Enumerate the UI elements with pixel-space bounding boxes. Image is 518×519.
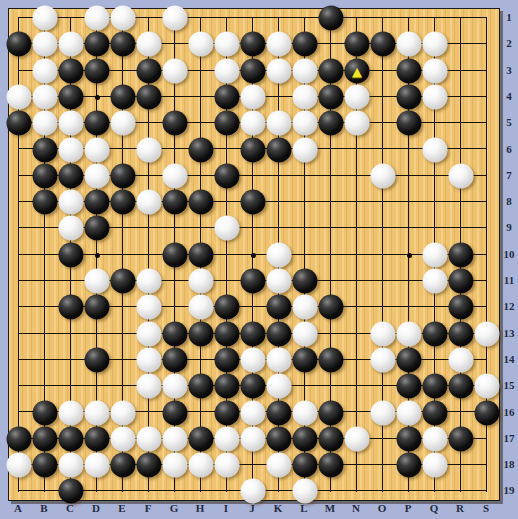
white-stone-b5[interactable] — [33, 111, 58, 136]
white-stone-o13[interactable] — [371, 321, 396, 346]
row-label-3: 3 — [501, 64, 517, 76]
white-stone-p13[interactable] — [397, 321, 422, 346]
white-stone-i18[interactable] — [215, 453, 240, 478]
white-stone-f8[interactable] — [137, 190, 162, 215]
white-stone-d11[interactable] — [85, 269, 110, 294]
black-stone-l18[interactable] — [293, 453, 318, 478]
black-stone-b7[interactable] — [33, 163, 58, 188]
black-stone-i13[interactable] — [215, 321, 240, 346]
white-stone-k11[interactable] — [267, 269, 292, 294]
black-stone-p3[interactable] — [397, 58, 422, 83]
white-stone-k14[interactable] — [267, 347, 292, 372]
column-label-h: H — [190, 502, 210, 516]
column-label-c: C — [60, 502, 80, 516]
row-label-17: 17 — [501, 432, 517, 444]
star-point-d4 — [95, 95, 100, 100]
black-stone-a2[interactable] — [7, 32, 32, 57]
black-stone-m14[interactable] — [319, 347, 344, 372]
column-label-n: N — [346, 502, 366, 516]
black-stone-m5[interactable] — [319, 111, 344, 136]
black-stone-c10[interactable] — [59, 242, 84, 267]
black-stone-i14[interactable] — [215, 347, 240, 372]
white-stone-k15[interactable] — [267, 374, 292, 399]
white-stone-g7[interactable] — [163, 163, 188, 188]
white-stone-g3[interactable] — [163, 58, 188, 83]
white-stone-k18[interactable] — [267, 453, 292, 478]
column-label-e: E — [112, 502, 132, 516]
black-stone-f3[interactable] — [137, 58, 162, 83]
white-stone-j14[interactable] — [241, 347, 266, 372]
black-stone-p18[interactable] — [397, 453, 422, 478]
black-stone-j3[interactable] — [241, 58, 266, 83]
white-stone-e5[interactable] — [111, 111, 136, 136]
black-stone-b8[interactable] — [33, 190, 58, 215]
go-board-frame: ▲ ABCDEFGHIJKLMNOPQRS 123456789101112131… — [0, 0, 518, 519]
white-stone-s13[interactable] — [475, 321, 500, 346]
white-stone-o7[interactable] — [371, 163, 396, 188]
white-stone-l16[interactable] — [293, 400, 318, 425]
black-stone-n2[interactable] — [345, 32, 370, 57]
black-stone-h6[interactable] — [189, 137, 214, 162]
black-stone-e2[interactable] — [111, 32, 136, 57]
black-stone-j13[interactable] — [241, 321, 266, 346]
white-stone-l4[interactable] — [293, 84, 318, 109]
black-stone-c17[interactable] — [59, 426, 84, 451]
white-stone-n17[interactable] — [345, 426, 370, 451]
black-stone-l11[interactable] — [293, 269, 318, 294]
column-label-d: D — [86, 502, 106, 516]
column-label-s: S — [476, 502, 496, 516]
white-stone-b3[interactable] — [33, 58, 58, 83]
white-stone-h2[interactable] — [189, 32, 214, 57]
white-stone-f15[interactable] — [137, 374, 162, 399]
white-stone-c16[interactable] — [59, 400, 84, 425]
black-stone-l2[interactable] — [293, 32, 318, 57]
column-label-p: P — [398, 502, 418, 516]
black-stone-o2[interactable] — [371, 32, 396, 57]
white-stone-c2[interactable] — [59, 32, 84, 57]
black-stone-i4[interactable] — [215, 84, 240, 109]
row-label-5: 5 — [501, 116, 517, 128]
black-stone-h8[interactable] — [189, 190, 214, 215]
black-stone-d2[interactable] — [85, 32, 110, 57]
black-stone-g13[interactable] — [163, 321, 188, 346]
black-stone-j2[interactable] — [241, 32, 266, 57]
row-label-13: 13 — [501, 327, 517, 339]
white-stone-r7[interactable] — [449, 163, 474, 188]
black-stone-p5[interactable] — [397, 111, 422, 136]
black-stone-j15[interactable] — [241, 374, 266, 399]
white-stone-j19[interactable] — [241, 479, 266, 504]
black-stone-c12[interactable] — [59, 295, 84, 320]
white-stone-j17[interactable] — [241, 426, 266, 451]
row-label-14: 14 — [501, 353, 517, 365]
white-stone-c5[interactable] — [59, 111, 84, 136]
star-point-d10 — [95, 253, 100, 258]
star-point-j10 — [251, 253, 256, 258]
star-point-p10 — [407, 253, 412, 258]
white-stone-p2[interactable] — [397, 32, 422, 57]
black-stone-c3[interactable] — [59, 58, 84, 83]
black-stone-q15[interactable] — [423, 374, 448, 399]
white-stone-s15[interactable] — [475, 374, 500, 399]
black-stone-n3[interactable]: ▲ — [345, 58, 370, 83]
black-stone-m16[interactable] — [319, 400, 344, 425]
black-stone-m1[interactable] — [319, 6, 344, 31]
white-stone-l5[interactable] — [293, 111, 318, 136]
white-stone-i17[interactable] — [215, 426, 240, 451]
white-stone-j4[interactable] — [241, 84, 266, 109]
white-stone-q3[interactable] — [423, 58, 448, 83]
row-label-6: 6 — [501, 143, 517, 155]
white-stone-q18[interactable] — [423, 453, 448, 478]
white-stone-g1[interactable] — [163, 6, 188, 31]
white-stone-h11[interactable] — [189, 269, 214, 294]
white-stone-q2[interactable] — [423, 32, 448, 57]
white-stone-f14[interactable] — [137, 347, 162, 372]
white-stone-e16[interactable] — [111, 400, 136, 425]
white-stone-c8[interactable] — [59, 190, 84, 215]
white-stone-r14[interactable] — [449, 347, 474, 372]
black-stone-r12[interactable] — [449, 295, 474, 320]
black-stone-h17[interactable] — [189, 426, 214, 451]
black-stone-c19[interactable] — [59, 479, 84, 504]
black-stone-q16[interactable] — [423, 400, 448, 425]
white-stone-f17[interactable] — [137, 426, 162, 451]
white-stone-d1[interactable] — [85, 6, 110, 31]
white-stone-l19[interactable] — [293, 479, 318, 504]
black-stone-r13[interactable] — [449, 321, 474, 346]
black-stone-s16[interactable] — [475, 400, 500, 425]
black-stone-m17[interactable] — [319, 426, 344, 451]
black-stone-d17[interactable] — [85, 426, 110, 451]
black-stone-b17[interactable] — [33, 426, 58, 451]
black-stone-q13[interactable] — [423, 321, 448, 346]
black-stone-i12[interactable] — [215, 295, 240, 320]
black-stone-f4[interactable] — [137, 84, 162, 109]
black-stone-m3[interactable] — [319, 58, 344, 83]
white-stone-o14[interactable] — [371, 347, 396, 372]
white-stone-k10[interactable] — [267, 242, 292, 267]
black-stone-b16[interactable] — [33, 400, 58, 425]
white-stone-g18[interactable] — [163, 453, 188, 478]
black-stone-d8[interactable] — [85, 190, 110, 215]
column-label-o: O — [372, 502, 392, 516]
white-stone-d18[interactable] — [85, 453, 110, 478]
black-stone-e11[interactable] — [111, 269, 136, 294]
black-stone-d12[interactable] — [85, 295, 110, 320]
column-label-b: B — [34, 502, 54, 516]
black-stone-j8[interactable] — [241, 190, 266, 215]
white-stone-d7[interactable] — [85, 163, 110, 188]
white-stone-a18[interactable] — [7, 453, 32, 478]
black-stone-j11[interactable] — [241, 269, 266, 294]
row-label-11: 11 — [501, 274, 517, 286]
white-stone-p16[interactable] — [397, 400, 422, 425]
black-stone-k17[interactable] — [267, 426, 292, 451]
white-stone-o16[interactable] — [371, 400, 396, 425]
column-label-k: K — [268, 502, 288, 516]
white-stone-c6[interactable] — [59, 137, 84, 162]
white-stone-i9[interactable] — [215, 216, 240, 241]
black-stone-m4[interactable] — [319, 84, 344, 109]
white-stone-f6[interactable] — [137, 137, 162, 162]
black-stone-p14[interactable] — [397, 347, 422, 372]
white-stone-k2[interactable] — [267, 32, 292, 57]
black-stone-i16[interactable] — [215, 400, 240, 425]
column-label-q: Q — [424, 502, 444, 516]
column-label-m: M — [320, 502, 340, 516]
white-stone-k5[interactable] — [267, 111, 292, 136]
black-stone-d3[interactable] — [85, 58, 110, 83]
white-stone-q10[interactable] — [423, 242, 448, 267]
white-stone-g15[interactable] — [163, 374, 188, 399]
column-label-j: J — [242, 502, 262, 516]
white-stone-j5[interactable] — [241, 111, 266, 136]
white-stone-b1[interactable] — [33, 6, 58, 31]
white-stone-l12[interactable] — [293, 295, 318, 320]
black-stone-b6[interactable] — [33, 137, 58, 162]
black-stone-c4[interactable] — [59, 84, 84, 109]
white-stone-d16[interactable] — [85, 400, 110, 425]
black-stone-r11[interactable] — [449, 269, 474, 294]
white-stone-f12[interactable] — [137, 295, 162, 320]
row-label-9: 9 — [501, 221, 517, 233]
black-stone-e8[interactable] — [111, 190, 136, 215]
black-stone-r10[interactable] — [449, 242, 474, 267]
column-label-f: F — [138, 502, 158, 516]
row-label-10: 10 — [501, 248, 517, 260]
white-stone-e1[interactable] — [111, 6, 136, 31]
black-stone-h10[interactable] — [189, 242, 214, 267]
black-stone-k16[interactable] — [267, 400, 292, 425]
black-stone-h13[interactable] — [189, 321, 214, 346]
black-stone-a17[interactable] — [7, 426, 32, 451]
black-stone-e18[interactable] — [111, 453, 136, 478]
column-label-l: L — [294, 502, 314, 516]
white-stone-f13[interactable] — [137, 321, 162, 346]
black-stone-g16[interactable] — [163, 400, 188, 425]
white-stone-n5[interactable] — [345, 111, 370, 136]
black-stone-p15[interactable] — [397, 374, 422, 399]
white-stone-h18[interactable] — [189, 453, 214, 478]
black-stone-i15[interactable] — [215, 374, 240, 399]
row-label-18: 18 — [501, 458, 517, 470]
white-stone-l6[interactable] — [293, 137, 318, 162]
black-stone-d9[interactable] — [85, 216, 110, 241]
black-stone-p4[interactable] — [397, 84, 422, 109]
row-label-7: 7 — [501, 169, 517, 181]
black-stone-g14[interactable] — [163, 347, 188, 372]
black-stone-j6[interactable] — [241, 137, 266, 162]
black-stone-b18[interactable] — [33, 453, 58, 478]
black-stone-i5[interactable] — [215, 111, 240, 136]
black-stone-i7[interactable] — [215, 163, 240, 188]
black-stone-c7[interactable] — [59, 163, 84, 188]
white-stone-q4[interactable] — [423, 84, 448, 109]
white-stone-i2[interactable] — [215, 32, 240, 57]
row-label-12: 12 — [501, 300, 517, 312]
white-stone-h12[interactable] — [189, 295, 214, 320]
black-stone-k13[interactable] — [267, 321, 292, 346]
white-stone-g17[interactable] — [163, 426, 188, 451]
black-stone-l17[interactable] — [293, 426, 318, 451]
column-label-i: I — [216, 502, 236, 516]
black-stone-k12[interactable] — [267, 295, 292, 320]
white-stone-i3[interactable] — [215, 58, 240, 83]
white-stone-f2[interactable] — [137, 32, 162, 57]
row-label-15: 15 — [501, 379, 517, 391]
column-label-a: A — [8, 502, 28, 516]
black-stone-r17[interactable] — [449, 426, 474, 451]
black-stone-l14[interactable] — [293, 347, 318, 372]
white-stone-j16[interactable] — [241, 400, 266, 425]
black-stone-p17[interactable] — [397, 426, 422, 451]
column-label-g: G — [164, 502, 184, 516]
black-stone-g5[interactable] — [163, 111, 188, 136]
black-stone-a5[interactable] — [7, 111, 32, 136]
row-label-16: 16 — [501, 406, 517, 418]
black-stone-g10[interactable] — [163, 242, 188, 267]
column-label-r: R — [450, 502, 470, 516]
white-stone-q17[interactable] — [423, 426, 448, 451]
black-stone-g8[interactable] — [163, 190, 188, 215]
black-stone-m18[interactable] — [319, 453, 344, 478]
white-stone-a4[interactable] — [7, 84, 32, 109]
black-stone-f18[interactable] — [137, 453, 162, 478]
black-stone-e7[interactable] — [111, 163, 136, 188]
black-stone-h15[interactable] — [189, 374, 214, 399]
white-stone-d6[interactable] — [85, 137, 110, 162]
white-stone-f11[interactable] — [137, 269, 162, 294]
last-move-triangle-marker: ▲ — [345, 58, 370, 83]
white-stone-l3[interactable] — [293, 58, 318, 83]
goban[interactable]: ▲ — [8, 8, 500, 501]
row-label-2: 2 — [501, 37, 517, 49]
black-stone-d14[interactable] — [85, 347, 110, 372]
row-label-8: 8 — [501, 195, 517, 207]
white-stone-q11[interactable] — [423, 269, 448, 294]
white-stone-b4[interactable] — [33, 84, 58, 109]
white-stone-q6[interactable] — [423, 137, 448, 162]
black-stone-e4[interactable] — [111, 84, 136, 109]
black-stone-m12[interactable] — [319, 295, 344, 320]
white-stone-n4[interactable] — [345, 84, 370, 109]
white-stone-e17[interactable] — [111, 426, 136, 451]
black-stone-d5[interactable] — [85, 111, 110, 136]
white-stone-k3[interactable] — [267, 58, 292, 83]
white-stone-c18[interactable] — [59, 453, 84, 478]
white-stone-c9[interactable] — [59, 216, 84, 241]
black-stone-r15[interactable] — [449, 374, 474, 399]
white-stone-b2[interactable] — [33, 32, 58, 57]
black-stone-k6[interactable] — [267, 137, 292, 162]
row-label-1: 1 — [501, 11, 517, 23]
row-label-4: 4 — [501, 90, 517, 102]
white-stone-l13[interactable] — [293, 321, 318, 346]
row-label-19: 19 — [501, 484, 517, 496]
